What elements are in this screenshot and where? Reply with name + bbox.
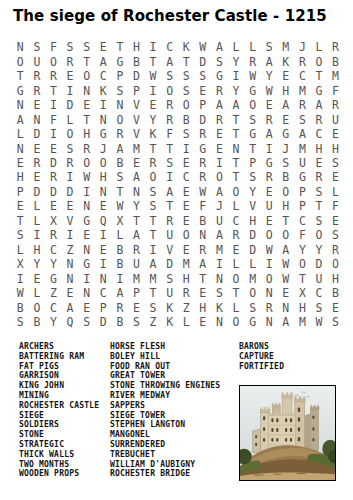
grid-cell[interactable]: A <box>128 228 145 242</box>
grid-cell[interactable]: O <box>228 272 245 286</box>
grid-cell[interactable]: E <box>128 300 145 314</box>
grid-cell[interactable]: K <box>178 40 195 54</box>
grid-cell[interactable]: G <box>244 315 261 329</box>
grid-cell[interactable]: B <box>327 286 344 300</box>
grid-cell[interactable]: E <box>178 185 195 199</box>
grid-cell[interactable]: D <box>95 315 112 329</box>
grid-cell[interactable]: T <box>45 83 62 97</box>
grid-cell[interactable]: H <box>178 272 195 286</box>
grid-cell[interactable]: W <box>244 69 261 83</box>
grid-cell[interactable]: A <box>311 98 328 112</box>
grid-cell[interactable]: E <box>228 243 245 257</box>
grid-cell[interactable]: E <box>12 156 29 170</box>
grid-cell[interactable]: S <box>112 170 129 184</box>
grid-cell[interactable]: S <box>211 54 228 68</box>
grid-cell[interactable]: R <box>311 112 328 126</box>
grid-cell[interactable]: E <box>311 156 328 170</box>
grid-cell[interactable]: N <box>112 98 129 112</box>
grid-cell[interactable]: S <box>161 156 178 170</box>
grid-cell[interactable]: R <box>45 69 62 83</box>
grid-cell[interactable]: R <box>211 83 228 97</box>
grid-cell[interactable]: L <box>228 199 245 213</box>
grid-cell[interactable]: K <box>161 315 178 329</box>
grid-cell[interactable]: S <box>29 40 46 54</box>
grid-cell[interactable]: R <box>29 83 46 97</box>
grid-cell[interactable]: C <box>294 69 311 83</box>
grid-cell[interactable]: R <box>145 156 162 170</box>
grid-cell[interactable]: O <box>211 170 228 184</box>
grid-cell[interactable]: F <box>327 199 344 213</box>
grid-cell[interactable]: O <box>278 185 295 199</box>
grid-cell[interactable]: T <box>244 141 261 155</box>
grid-cell[interactable]: M <box>128 272 145 286</box>
grid-cell[interactable]: D <box>45 185 62 199</box>
grid-cell[interactable]: E <box>62 199 79 213</box>
grid-cell[interactable]: Y <box>228 83 245 97</box>
grid-cell[interactable]: A <box>294 127 311 141</box>
grid-cell[interactable]: D <box>45 156 62 170</box>
grid-cell[interactable]: N <box>78 199 95 213</box>
grid-cell[interactable]: N <box>78 243 95 257</box>
grid-cell[interactable]: L <box>228 257 245 271</box>
grid-cell[interactable]: W <box>195 40 212 54</box>
grid-cell[interactable]: A <box>261 127 278 141</box>
grid-cell[interactable]: N <box>95 185 112 199</box>
grid-cell[interactable]: A <box>211 228 228 242</box>
grid-cell[interactable]: N <box>261 286 278 300</box>
grid-cell[interactable]: H <box>195 300 212 314</box>
grid-cell[interactable]: E <box>29 170 46 184</box>
grid-cell[interactable]: L <box>12 243 29 257</box>
grid-cell[interactable]: M <box>211 243 228 257</box>
grid-cell[interactable]: L <box>228 40 245 54</box>
grid-cell[interactable]: T <box>12 214 29 228</box>
grid-cell[interactable]: T <box>228 156 245 170</box>
grid-cell[interactable]: T <box>112 185 129 199</box>
grid-cell[interactable]: S <box>311 214 328 228</box>
grid-cell[interactable]: B <box>12 300 29 314</box>
grid-cell[interactable]: N <box>78 83 95 97</box>
grid-cell[interactable]: F <box>45 40 62 54</box>
grid-cell[interactable]: S <box>327 228 344 242</box>
grid-cell[interactable]: R <box>195 156 212 170</box>
grid-cell[interactable]: E <box>278 69 295 83</box>
grid-cell[interactable]: I <box>112 272 129 286</box>
grid-cell[interactable]: R <box>294 54 311 68</box>
grid-cell[interactable]: E <box>327 214 344 228</box>
grid-cell[interactable]: C <box>294 214 311 228</box>
grid-cell[interactable]: D <box>128 69 145 83</box>
grid-cell[interactable]: H <box>311 141 328 155</box>
grid-cell[interactable]: E <box>45 141 62 155</box>
grid-cell[interactable]: S <box>78 315 95 329</box>
grid-cell[interactable]: R <box>178 286 195 300</box>
grid-cell[interactable]: O <box>311 228 328 242</box>
grid-cell[interactable]: E <box>278 286 295 300</box>
grid-cell[interactable]: O <box>311 54 328 68</box>
grid-cell[interactable]: L <box>62 112 79 126</box>
grid-cell[interactable]: R <box>45 170 62 184</box>
grid-cell[interactable]: R <box>45 228 62 242</box>
grid-cell[interactable]: F <box>195 199 212 213</box>
grid-cell[interactable]: T <box>145 286 162 300</box>
grid-cell[interactable]: G <box>244 127 261 141</box>
grid-cell[interactable]: T <box>311 199 328 213</box>
grid-cell[interactable]: H <box>278 83 295 97</box>
grid-cell[interactable]: R <box>228 228 245 242</box>
grid-cell[interactable]: T <box>145 214 162 228</box>
grid-cell[interactable]: R <box>327 98 344 112</box>
grid-cell[interactable]: J <box>294 40 311 54</box>
grid-cell[interactable]: N <box>278 300 295 314</box>
grid-cell[interactable]: R <box>29 156 46 170</box>
grid-cell[interactable]: I <box>145 83 162 97</box>
grid-cell[interactable]: B <box>112 257 129 271</box>
grid-cell[interactable]: Y <box>311 243 328 257</box>
grid-cell[interactable]: S <box>128 315 145 329</box>
grid-cell[interactable]: I <box>62 170 79 184</box>
grid-cell[interactable]: R <box>161 98 178 112</box>
grid-cell[interactable]: N <box>95 112 112 126</box>
grid-cell[interactable]: C <box>178 170 195 184</box>
grid-cell[interactable]: X <box>294 286 311 300</box>
grid-cell[interactable]: B <box>112 243 129 257</box>
grid-cell[interactable]: W <box>311 315 328 329</box>
grid-cell[interactable]: R <box>78 141 95 155</box>
grid-cell[interactable]: C <box>311 127 328 141</box>
grid-cell[interactable]: E <box>195 83 212 97</box>
grid-cell[interactable]: E <box>178 156 195 170</box>
grid-cell[interactable]: O <box>29 300 46 314</box>
grid-cell[interactable]: W <box>78 170 95 184</box>
grid-cell[interactable]: A <box>95 54 112 68</box>
grid-cell[interactable]: I <box>45 127 62 141</box>
grid-cell[interactable]: M <box>294 141 311 155</box>
grid-cell[interactable]: H <box>294 300 311 314</box>
grid-cell[interactable]: S <box>12 228 29 242</box>
grid-cell[interactable]: V <box>161 243 178 257</box>
grid-cell[interactable]: I <box>12 272 29 286</box>
grid-cell[interactable]: T <box>228 286 245 300</box>
grid-cell[interactable]: S <box>12 315 29 329</box>
grid-cell[interactable]: L <box>228 300 245 314</box>
grid-cell[interactable]: G <box>261 156 278 170</box>
grid-cell[interactable]: U <box>327 112 344 126</box>
grid-cell[interactable]: A <box>62 300 79 314</box>
grid-cell[interactable]: R <box>244 54 261 68</box>
grid-cell[interactable]: E <box>29 98 46 112</box>
grid-cell[interactable]: W <box>12 286 29 300</box>
grid-cell[interactable]: R <box>195 170 212 184</box>
grid-cell[interactable]: E <box>78 228 95 242</box>
grid-cell[interactable]: E <box>29 141 46 155</box>
grid-cell[interactable]: R <box>294 98 311 112</box>
grid-cell[interactable]: H <box>128 40 145 54</box>
grid-cell[interactable]: H <box>278 199 295 213</box>
grid-cell[interactable]: R <box>112 127 129 141</box>
grid-cell[interactable]: L <box>29 286 46 300</box>
grid-cell[interactable]: I <box>261 141 278 155</box>
grid-cell[interactable]: I <box>62 83 79 97</box>
grid-cell[interactable]: I <box>161 170 178 184</box>
grid-cell[interactable]: H <box>327 141 344 155</box>
grid-cell[interactable]: O <box>12 54 29 68</box>
grid-cell[interactable]: A <box>112 141 129 155</box>
grid-cell[interactable]: M <box>294 83 311 97</box>
grid-cell[interactable]: E <box>261 214 278 228</box>
grid-cell[interactable]: W <box>261 243 278 257</box>
grid-cell[interactable]: S <box>211 286 228 300</box>
grid-cell[interactable]: G <box>195 141 212 155</box>
grid-cell[interactable]: R <box>195 127 212 141</box>
grid-cell[interactable]: U <box>211 214 228 228</box>
grid-cell[interactable]: O <box>78 69 95 83</box>
grid-cell[interactable]: H <box>95 170 112 184</box>
grid-cell[interactable]: T <box>195 272 212 286</box>
grid-cell[interactable]: K <box>278 54 295 68</box>
grid-cell[interactable]: N <box>195 228 212 242</box>
grid-cell[interactable]: V <box>128 112 145 126</box>
grid-cell[interactable]: R <box>311 170 328 184</box>
grid-cell[interactable]: T <box>161 141 178 155</box>
grid-cell[interactable]: W <box>261 83 278 97</box>
grid-cell[interactable]: J <box>278 141 295 155</box>
grid-cell[interactable]: K <box>145 127 162 141</box>
grid-cell[interactable]: Y <box>244 185 261 199</box>
grid-cell[interactable]: G <box>95 127 112 141</box>
grid-cell[interactable]: G <box>278 127 295 141</box>
grid-cell[interactable]: Z <box>145 315 162 329</box>
grid-cell[interactable]: H <box>29 243 46 257</box>
grid-cell[interactable]: K <box>211 300 228 314</box>
grid-cell[interactable]: X <box>112 214 129 228</box>
grid-cell[interactable]: X <box>12 257 29 271</box>
grid-cell[interactable]: L <box>12 127 29 141</box>
grid-cell[interactable]: O <box>62 127 79 141</box>
grid-cell[interactable]: E <box>95 243 112 257</box>
grid-cell[interactable]: M <box>145 272 162 286</box>
grid-cell[interactable]: P <box>128 83 145 97</box>
grid-cell[interactable]: A <box>278 98 295 112</box>
grid-cell[interactable]: N <box>211 272 228 286</box>
grid-cell[interactable]: E <box>95 199 112 213</box>
grid-cell[interactable]: O <box>244 98 261 112</box>
grid-cell[interactable]: B <box>29 315 46 329</box>
grid-cell[interactable]: T <box>12 69 29 83</box>
grid-cell[interactable]: S <box>244 112 261 126</box>
grid-cell[interactable]: L <box>112 228 129 242</box>
grid-cell[interactable]: R <box>128 243 145 257</box>
grid-cell[interactable]: F <box>327 83 344 97</box>
grid-cell[interactable]: E <box>327 300 344 314</box>
grid-cell[interactable]: E <box>195 315 212 329</box>
grid-cell[interactable]: E <box>78 300 95 314</box>
grid-cell[interactable]: G <box>112 54 129 68</box>
grid-cell[interactable]: R <box>161 112 178 126</box>
grid-cell[interactable]: V <box>244 199 261 213</box>
grid-cell[interactable]: Y <box>294 243 311 257</box>
grid-cell[interactable]: O <box>294 257 311 271</box>
grid-cell[interactable]: S <box>62 40 79 54</box>
grid-cell[interactable]: S <box>195 69 212 83</box>
grid-cell[interactable]: D <box>29 127 46 141</box>
grid-cell[interactable]: I <box>45 98 62 112</box>
grid-cell[interactable]: O <box>112 112 129 126</box>
grid-cell[interactable]: T <box>112 40 129 54</box>
grid-cell[interactable]: R <box>261 112 278 126</box>
grid-cell[interactable]: G <box>78 214 95 228</box>
grid-cell[interactable]: P <box>95 300 112 314</box>
grid-cell[interactable]: R <box>261 170 278 184</box>
grid-cell[interactable]: N <box>95 272 112 286</box>
grid-cell[interactable]: R <box>327 243 344 257</box>
grid-cell[interactable]: S <box>112 83 129 97</box>
grid-cell[interactable]: R <box>195 243 212 257</box>
grid-cell[interactable]: I <box>78 185 95 199</box>
grid-cell[interactable]: D <box>311 257 328 271</box>
grid-cell[interactable]: E <box>62 286 79 300</box>
grid-cell[interactable]: W <box>145 69 162 83</box>
grid-cell[interactable]: N <box>12 40 29 54</box>
grid-cell[interactable]: G <box>45 272 62 286</box>
grid-cell[interactable]: E <box>195 286 212 300</box>
grid-cell[interactable]: O <box>228 185 245 199</box>
grid-cell[interactable]: S <box>178 83 195 97</box>
grid-cell[interactable]: S <box>78 40 95 54</box>
grid-cell[interactable]: O <box>261 228 278 242</box>
grid-cell[interactable]: Z <box>45 286 62 300</box>
grid-cell[interactable]: A <box>161 185 178 199</box>
grid-cell[interactable]: I <box>211 257 228 271</box>
grid-cell[interactable]: O <box>178 228 195 242</box>
grid-cell[interactable]: H <box>12 170 29 184</box>
grid-cell[interactable]: O <box>178 98 195 112</box>
grid-cell[interactable]: R <box>261 300 278 314</box>
grid-cell[interactable]: K <box>161 300 178 314</box>
grid-cell[interactable]: R <box>29 69 46 83</box>
grid-cell[interactable]: V <box>62 214 79 228</box>
grid-cell[interactable]: N <box>12 141 29 155</box>
grid-cell[interactable]: E <box>62 69 79 83</box>
grid-cell[interactable]: N <box>62 257 79 271</box>
grid-cell[interactable]: A <box>278 243 295 257</box>
grid-cell[interactable]: W <box>195 185 212 199</box>
grid-cell[interactable]: L <box>29 199 46 213</box>
grid-cell[interactable]: B <box>195 214 212 228</box>
grid-cell[interactable]: P <box>195 98 212 112</box>
grid-cell[interactable]: P <box>244 156 261 170</box>
grid-cell[interactable]: E <box>45 199 62 213</box>
grid-cell[interactable]: U <box>261 199 278 213</box>
grid-cell[interactable]: C <box>95 69 112 83</box>
grid-cell[interactable]: E <box>12 199 29 213</box>
grid-cell[interactable]: L <box>327 185 344 199</box>
grid-cell[interactable]: C <box>161 40 178 54</box>
grid-cell[interactable]: D <box>244 243 261 257</box>
grid-cell[interactable]: O <box>45 54 62 68</box>
grid-cell[interactable]: I <box>78 272 95 286</box>
grid-cell[interactable]: U <box>294 156 311 170</box>
grid-cell[interactable]: S <box>327 156 344 170</box>
grid-cell[interactable]: P <box>112 69 129 83</box>
grid-cell[interactable]: R <box>327 40 344 54</box>
grid-cell[interactable]: G <box>12 83 29 97</box>
grid-cell[interactable]: I <box>178 141 195 155</box>
grid-cell[interactable]: D <box>161 257 178 271</box>
grid-cell[interactable]: S <box>145 300 162 314</box>
grid-cell[interactable]: R <box>161 214 178 228</box>
grid-cell[interactable]: S <box>278 156 295 170</box>
grid-cell[interactable]: K <box>95 83 112 97</box>
grid-cell[interactable]: G <box>211 69 228 83</box>
grid-cell[interactable]: M <box>327 69 344 83</box>
grid-cell[interactable]: C <box>95 286 112 300</box>
grid-cell[interactable]: X <box>45 214 62 228</box>
grid-cell[interactable]: S <box>261 40 278 54</box>
grid-cell[interactable]: O <box>95 156 112 170</box>
grid-cell[interactable]: T <box>228 112 245 126</box>
grid-cell[interactable]: F <box>45 112 62 126</box>
grid-cell[interactable]: M <box>178 257 195 271</box>
grid-cell[interactable]: S <box>161 272 178 286</box>
grid-cell[interactable]: S <box>145 185 162 199</box>
grid-cell[interactable]: B <box>327 54 344 68</box>
grid-cell[interactable]: N <box>78 286 95 300</box>
grid-cell[interactable]: C <box>45 300 62 314</box>
grid-cell[interactable]: B <box>112 315 129 329</box>
grid-cell[interactable]: I <box>228 69 245 83</box>
grid-cell[interactable]: T <box>78 112 95 126</box>
grid-cell[interactable]: E <box>178 199 195 213</box>
grid-cell[interactable]: A <box>128 170 145 184</box>
grid-cell[interactable]: S <box>161 69 178 83</box>
grid-cell[interactable]: H <box>244 214 261 228</box>
grid-cell[interactable]: P <box>294 199 311 213</box>
grid-cell[interactable]: N <box>62 272 79 286</box>
grid-cell[interactable]: T <box>128 214 145 228</box>
grid-cell[interactable]: A <box>211 40 228 54</box>
grid-cell[interactable]: M <box>128 141 145 155</box>
grid-cell[interactable]: A <box>261 54 278 68</box>
grid-cell[interactable]: S <box>145 199 162 213</box>
grid-cell[interactable]: C <box>228 214 245 228</box>
grid-cell[interactable]: O <box>261 272 278 286</box>
grid-cell[interactable]: U <box>161 228 178 242</box>
grid-cell[interactable]: F <box>294 228 311 242</box>
grid-cell[interactable]: T <box>145 141 162 155</box>
grid-cell[interactable]: E <box>128 156 145 170</box>
grid-cell[interactable]: L <box>244 257 261 271</box>
grid-cell[interactable]: N <box>29 112 46 126</box>
grid-cell[interactable]: D <box>195 112 212 126</box>
grid-cell[interactable]: D <box>244 228 261 242</box>
grid-cell[interactable]: A <box>12 112 29 126</box>
grid-cell[interactable]: A <box>278 315 295 329</box>
grid-cell[interactable]: A <box>195 257 212 271</box>
grid-cell[interactable]: B <box>112 156 129 170</box>
grid-cell[interactable]: W <box>278 272 295 286</box>
grid-cell[interactable]: T <box>294 272 311 286</box>
grid-cell[interactable]: A <box>228 98 245 112</box>
grid-cell[interactable]: D <box>62 185 79 199</box>
grid-cell[interactable]: P <box>12 185 29 199</box>
grid-cell[interactable]: U <box>161 286 178 300</box>
grid-cell[interactable]: E <box>95 40 112 54</box>
grid-cell[interactable]: O <box>228 315 245 329</box>
grid-cell[interactable]: T <box>278 214 295 228</box>
grid-cell[interactable]: Q <box>95 214 112 228</box>
grid-cell[interactable]: M <box>278 40 295 54</box>
